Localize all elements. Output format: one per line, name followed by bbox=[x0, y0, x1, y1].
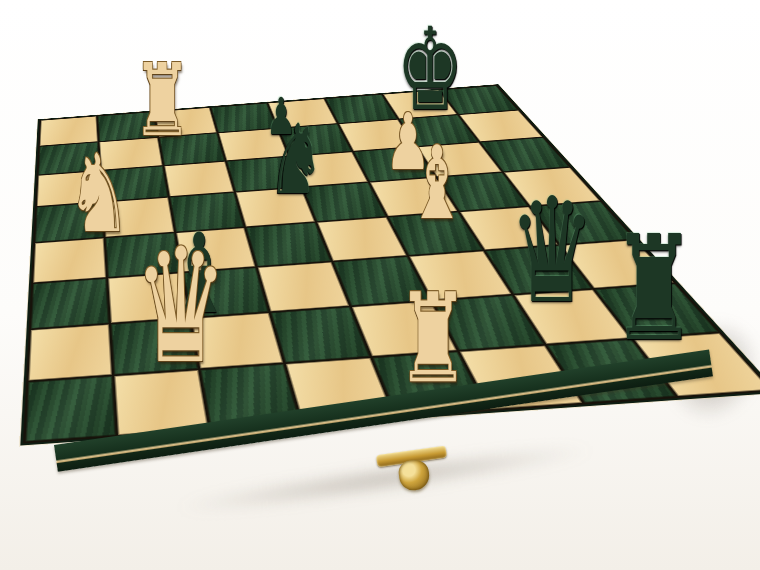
piece-white-rook-b8[interactable]: ♜ bbox=[132, 51, 191, 151]
chess-set-photo: ABCDEFGH ABCDEFGH 87654321 87654321 ♜♚♟♞… bbox=[0, 0, 760, 570]
pieces-layer: ♜♚♟♞♟♝♞♝♛♛♜♜ bbox=[0, 0, 760, 570]
piece-white-rook-e1[interactable]: ♜ bbox=[397, 277, 470, 400]
piece-white-knight-a5[interactable]: ♞ bbox=[67, 140, 131, 248]
piece-black-knight-d6[interactable]: ♞ bbox=[267, 111, 324, 208]
piece-white-bishop-f5[interactable]: ♝ bbox=[407, 133, 467, 234]
piece-black-queen-g3[interactable]: ♛ bbox=[509, 178, 595, 323]
piece-white-queen-b2[interactable]: ♛ bbox=[134, 227, 227, 385]
piece-black-rook-h1[interactable]: ♜ bbox=[611, 216, 697, 361]
